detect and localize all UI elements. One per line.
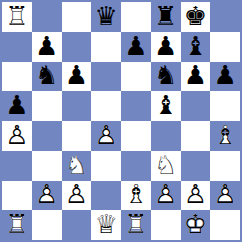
piece-glyph-fill: ♞: [151, 62, 181, 88]
square-h1[interactable]: [210, 210, 240, 240]
white-pawn-b2: ♟♙: [32, 181, 62, 211]
square-a7[interactable]: [2, 32, 32, 62]
square-g1[interactable]: ♚♔: [181, 210, 211, 240]
black-rook-f8: ♜: [151, 2, 181, 32]
square-b2[interactable]: ♟♙: [32, 181, 62, 211]
piece-glyph-fill: ♟: [91, 122, 121, 148]
square-e5[interactable]: [121, 91, 151, 121]
square-f7[interactable]: ♟: [151, 32, 181, 62]
square-b6[interactable]: ♞: [32, 62, 62, 92]
square-c6[interactable]: ♟: [62, 62, 92, 92]
piece-glyph-fill: ♝: [151, 92, 181, 118]
square-f8[interactable]: ♜: [151, 2, 181, 32]
piece-glyph-fill: ♟: [181, 181, 211, 207]
piece-glyph-fill: ♟: [2, 122, 32, 148]
square-a8[interactable]: ♜♖: [2, 2, 32, 32]
square-e3[interactable]: [121, 151, 151, 181]
piece-glyph-fill: ♚: [181, 3, 211, 29]
square-d4[interactable]: ♟♙: [91, 121, 121, 151]
square-e4[interactable]: [121, 121, 151, 151]
square-f3[interactable]: ♞♘: [151, 151, 181, 181]
piece-glyph-fill: ♝: [121, 181, 151, 207]
piece-glyph-fill: ♛: [91, 3, 121, 29]
square-c8[interactable]: [62, 2, 92, 32]
black-knight-b6: ♞: [32, 62, 62, 92]
piece-glyph-outline: ♖: [2, 3, 32, 29]
white-pawn-h2: ♟♙: [210, 181, 240, 211]
white-pawn-g2: ♟♙: [181, 181, 211, 211]
black-knight-f6: ♞: [151, 62, 181, 92]
piece-glyph-outline: ♙: [181, 181, 211, 207]
piece-glyph-fill: ♟: [62, 62, 92, 88]
piece-glyph-fill: ♜: [151, 3, 181, 29]
piece-glyph-fill: ♟: [121, 33, 151, 59]
piece-glyph-fill: ♟: [62, 181, 92, 207]
chess-board-frame: ♜♖♛♜♚♟♟♟♝♞♟♞♟♟♟♝♟♙♟♙♝♗♞♘♞♘♟♙♟♙♝♗♟♙♟♙♟♙♜♖…: [0, 0, 242, 242]
black-pawn-b7: ♟: [32, 32, 62, 62]
piece-glyph-fill: ♟: [32, 33, 62, 59]
square-a5[interactable]: ♟: [2, 91, 32, 121]
square-f2[interactable]: ♟♙: [151, 181, 181, 211]
piece-glyph-outline: ♙: [2, 122, 32, 148]
black-pawn-c6: ♟: [62, 62, 92, 92]
piece-glyph-fill: ♟: [151, 33, 181, 59]
piece-glyph-fill: ♜: [121, 211, 151, 237]
square-a1[interactable]: ♜♖: [2, 210, 32, 240]
square-h6[interactable]: ♟: [210, 62, 240, 92]
square-b1[interactable]: [32, 210, 62, 240]
white-queen-d1: ♛♕: [91, 210, 121, 240]
square-b7[interactable]: ♟: [32, 32, 62, 62]
white-bishop-e2: ♝♗: [121, 181, 151, 211]
square-f6[interactable]: ♞: [151, 62, 181, 92]
square-a3[interactable]: [2, 151, 32, 181]
black-pawn-f7: ♟: [151, 32, 181, 62]
white-pawn-c2: ♟♙: [62, 181, 92, 211]
square-g2[interactable]: ♟♙: [181, 181, 211, 211]
piece-glyph-fill: ♞: [32, 62, 62, 88]
piece-glyph-outline: ♔: [181, 211, 211, 237]
square-c7[interactable]: [62, 32, 92, 62]
square-a4[interactable]: ♟♙: [2, 121, 32, 151]
square-b5[interactable]: [32, 91, 62, 121]
black-king-g8: ♚: [181, 2, 211, 32]
square-d3[interactable]: [91, 151, 121, 181]
white-rook-a8: ♜♖: [2, 2, 32, 32]
square-b3[interactable]: [32, 151, 62, 181]
piece-glyph-fill: ♚: [181, 211, 211, 237]
piece-glyph-outline: ♗: [121, 181, 151, 207]
square-g7[interactable]: ♝: [181, 32, 211, 62]
square-d7[interactable]: [91, 32, 121, 62]
square-a2[interactable]: [2, 181, 32, 211]
piece-glyph-fill: ♟: [2, 92, 32, 118]
black-bishop-g7: ♝: [181, 32, 211, 62]
square-h4[interactable]: ♝♗: [210, 121, 240, 151]
square-h3[interactable]: [210, 151, 240, 181]
piece-glyph-fill: ♟: [32, 181, 62, 207]
piece-glyph-fill: ♜: [2, 211, 32, 237]
square-g6[interactable]: ♟: [181, 62, 211, 92]
square-e2[interactable]: ♝♗: [121, 181, 151, 211]
square-c2[interactable]: ♟♙: [62, 181, 92, 211]
black-pawn-e7: ♟: [121, 32, 151, 62]
square-h7[interactable]: [210, 32, 240, 62]
square-g3[interactable]: [181, 151, 211, 181]
square-h2[interactable]: ♟♙: [210, 181, 240, 211]
square-d5[interactable]: [91, 91, 121, 121]
piece-glyph-outline: ♙: [210, 181, 240, 207]
white-bishop-h4: ♝♗: [210, 121, 240, 151]
piece-glyph-outline: ♖: [2, 211, 32, 237]
square-c5[interactable]: [62, 91, 92, 121]
square-e8[interactable]: [121, 2, 151, 32]
square-h8[interactable]: [210, 2, 240, 32]
piece-glyph-outline: ♙: [62, 181, 92, 207]
piece-glyph-fill: ♜: [2, 3, 32, 29]
white-rook-e1: ♜♖: [121, 210, 151, 240]
piece-glyph-fill: ♞: [62, 152, 92, 178]
piece-glyph-outline: ♖: [121, 211, 151, 237]
square-f1[interactable]: [151, 210, 181, 240]
black-pawn-a5: ♟: [2, 91, 32, 121]
square-e6[interactable]: [121, 62, 151, 92]
white-king-g1: ♚♔: [181, 210, 211, 240]
square-c3[interactable]: ♞♘: [62, 151, 92, 181]
square-f4[interactable]: [151, 121, 181, 151]
piece-glyph-fill: ♝: [181, 33, 211, 59]
piece-glyph-fill: ♟: [151, 181, 181, 207]
square-h5[interactable]: [210, 91, 240, 121]
piece-glyph-fill: ♝: [210, 122, 240, 148]
square-b8[interactable]: [32, 2, 62, 32]
square-d1[interactable]: ♛♕: [91, 210, 121, 240]
black-pawn-h6: ♟: [210, 62, 240, 92]
piece-glyph-outline: ♘: [62, 152, 92, 178]
square-g8[interactable]: ♚: [181, 2, 211, 32]
square-f5[interactable]: ♝: [151, 91, 181, 121]
chess-board: ♜♖♛♜♚♟♟♟♝♞♟♞♟♟♟♝♟♙♟♙♝♗♞♘♞♘♟♙♟♙♝♗♟♙♟♙♟♙♜♖…: [2, 2, 240, 240]
square-e7[interactable]: ♟: [121, 32, 151, 62]
piece-glyph-fill: ♞: [151, 152, 181, 178]
piece-glyph-outline: ♙: [91, 122, 121, 148]
square-d6[interactable]: [91, 62, 121, 92]
white-rook-a1: ♜♖: [2, 210, 32, 240]
white-pawn-d4: ♟♙: [91, 121, 121, 151]
black-bishop-f5: ♝: [151, 91, 181, 121]
black-pawn-g6: ♟: [181, 62, 211, 92]
square-d8[interactable]: ♛: [91, 2, 121, 32]
square-a6[interactable]: [2, 62, 32, 92]
piece-glyph-outline: ♗: [210, 122, 240, 148]
piece-glyph-fill: ♟: [181, 62, 211, 88]
square-g4[interactable]: [181, 121, 211, 151]
white-knight-f3: ♞♘: [151, 151, 181, 181]
black-queen-d8: ♛: [91, 2, 121, 32]
piece-glyph-outline: ♘: [151, 152, 181, 178]
piece-glyph-fill: ♟: [210, 181, 240, 207]
piece-glyph-outline: ♙: [32, 181, 62, 207]
white-pawn-a4: ♟♙: [2, 121, 32, 151]
square-d2[interactable]: [91, 181, 121, 211]
piece-glyph-outline: ♙: [151, 181, 181, 207]
piece-glyph-fill: ♛: [91, 211, 121, 237]
white-knight-c3: ♞♘: [62, 151, 92, 181]
square-c4[interactable]: [62, 121, 92, 151]
square-c1[interactable]: [62, 210, 92, 240]
square-g5[interactable]: [181, 91, 211, 121]
white-pawn-f2: ♟♙: [151, 181, 181, 211]
piece-glyph-fill: ♟: [210, 62, 240, 88]
piece-glyph-outline: ♕: [91, 211, 121, 237]
square-e1[interactable]: ♜♖: [121, 210, 151, 240]
square-b4[interactable]: [32, 121, 62, 151]
